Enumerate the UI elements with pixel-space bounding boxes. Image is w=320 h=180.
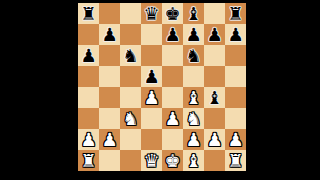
piece-black-pawn: ♟ [206, 24, 222, 45]
piece-black-rook: ♜ [80, 3, 96, 24]
piece-white-pawn: ♟ [185, 129, 201, 150]
piece-black-rook: ♜ [227, 3, 243, 24]
piece-white-pawn: ♟ [143, 87, 159, 108]
square-h8[interactable]: ♜ [225, 3, 246, 24]
piece-white-knight: ♞ [122, 108, 138, 129]
square-h4[interactable] [225, 87, 246, 108]
square-g8[interactable] [204, 3, 225, 24]
piece-black-pawn: ♟ [143, 66, 159, 87]
square-f4[interactable]: ♝ [183, 87, 204, 108]
square-e6[interactable] [162, 45, 183, 66]
piece-white-pawn: ♟ [164, 108, 180, 129]
piece-black-bishop: ♝ [206, 87, 222, 108]
square-g2[interactable]: ♟ [204, 129, 225, 150]
square-e8[interactable]: ♚ [162, 3, 183, 24]
square-f3[interactable]: ♞ [183, 108, 204, 129]
square-h1[interactable]: ♜ [225, 150, 246, 171]
square-h6[interactable] [225, 45, 246, 66]
piece-black-pawn: ♟ [101, 24, 117, 45]
piece-black-pawn: ♟ [227, 24, 243, 45]
piece-black-knight: ♞ [185, 45, 201, 66]
piece-white-bishop: ♝ [185, 87, 201, 108]
square-b1[interactable] [99, 150, 120, 171]
square-e4[interactable] [162, 87, 183, 108]
piece-black-pawn: ♟ [80, 45, 96, 66]
square-c6[interactable]: ♞ [120, 45, 141, 66]
square-a2[interactable]: ♟ [78, 129, 99, 150]
square-a3[interactable] [78, 108, 99, 129]
piece-black-bishop: ♝ [185, 3, 201, 24]
square-d8[interactable]: ♛ [141, 3, 162, 24]
square-e1[interactable]: ♚ [162, 150, 183, 171]
square-g5[interactable] [204, 66, 225, 87]
square-f8[interactable]: ♝ [183, 3, 204, 24]
piece-white-rook: ♜ [80, 150, 96, 171]
square-d6[interactable] [141, 45, 162, 66]
piece-black-king: ♚ [164, 3, 180, 24]
square-c8[interactable] [120, 3, 141, 24]
square-f1[interactable]: ♝ [183, 150, 204, 171]
square-a7[interactable] [78, 24, 99, 45]
piece-white-pawn: ♟ [101, 129, 117, 150]
square-d7[interactable] [141, 24, 162, 45]
square-a4[interactable] [78, 87, 99, 108]
square-g3[interactable] [204, 108, 225, 129]
square-h5[interactable] [225, 66, 246, 87]
square-b6[interactable] [99, 45, 120, 66]
piece-black-pawn: ♟ [185, 24, 201, 45]
square-b7[interactable]: ♟ [99, 24, 120, 45]
square-e2[interactable] [162, 129, 183, 150]
square-f7[interactable]: ♟ [183, 24, 204, 45]
chess-board: ♜♛♚♝♜♟♟♟♟♟♟♞♞♟♟♝♝♞♟♞♟♟♟♟♟♜♛♚♝♜ [78, 3, 246, 171]
piece-white-pawn: ♟ [80, 129, 96, 150]
square-c4[interactable] [120, 87, 141, 108]
square-g6[interactable] [204, 45, 225, 66]
square-e7[interactable]: ♟ [162, 24, 183, 45]
screen-background: ♜♛♚♝♜♟♟♟♟♟♟♞♞♟♟♝♝♞♟♞♟♟♟♟♟♜♛♚♝♜ [0, 0, 320, 180]
piece-white-rook: ♜ [227, 150, 243, 171]
square-c3[interactable]: ♞ [120, 108, 141, 129]
square-a5[interactable] [78, 66, 99, 87]
piece-white-queen: ♛ [143, 150, 159, 171]
square-b3[interactable] [99, 108, 120, 129]
piece-white-pawn: ♟ [206, 129, 222, 150]
square-f6[interactable]: ♞ [183, 45, 204, 66]
square-b8[interactable] [99, 3, 120, 24]
square-b5[interactable] [99, 66, 120, 87]
square-f2[interactable]: ♟ [183, 129, 204, 150]
square-g4[interactable]: ♝ [204, 87, 225, 108]
square-e5[interactable] [162, 66, 183, 87]
square-h2[interactable]: ♟ [225, 129, 246, 150]
square-a6[interactable]: ♟ [78, 45, 99, 66]
piece-white-knight: ♞ [185, 108, 201, 129]
square-g7[interactable]: ♟ [204, 24, 225, 45]
square-g1[interactable] [204, 150, 225, 171]
square-c1[interactable] [120, 150, 141, 171]
square-b2[interactable]: ♟ [99, 129, 120, 150]
square-d5[interactable]: ♟ [141, 66, 162, 87]
square-d4[interactable]: ♟ [141, 87, 162, 108]
square-a8[interactable]: ♜ [78, 3, 99, 24]
square-d1[interactable]: ♛ [141, 150, 162, 171]
piece-black-knight: ♞ [122, 45, 138, 66]
square-d2[interactable] [141, 129, 162, 150]
square-c2[interactable] [120, 129, 141, 150]
square-b4[interactable] [99, 87, 120, 108]
square-c7[interactable] [120, 24, 141, 45]
square-f5[interactable] [183, 66, 204, 87]
square-c5[interactable] [120, 66, 141, 87]
piece-white-bishop: ♝ [185, 150, 201, 171]
piece-white-pawn: ♟ [227, 129, 243, 150]
square-e3[interactable]: ♟ [162, 108, 183, 129]
square-h7[interactable]: ♟ [225, 24, 246, 45]
piece-black-pawn: ♟ [164, 24, 180, 45]
square-a1[interactable]: ♜ [78, 150, 99, 171]
piece-white-king: ♚ [164, 150, 180, 171]
square-h3[interactable] [225, 108, 246, 129]
piece-black-queen: ♛ [143, 3, 159, 24]
square-d3[interactable] [141, 108, 162, 129]
